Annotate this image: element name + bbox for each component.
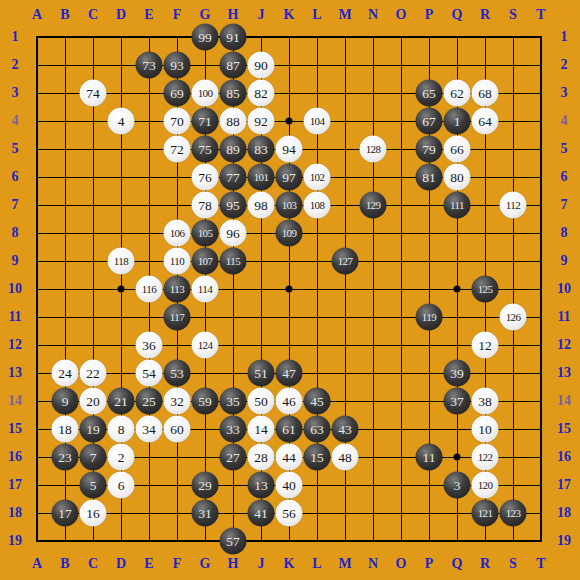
intersection-K13[interactable]: 47	[275, 359, 303, 387]
intersection-B6[interactable]	[51, 163, 79, 191]
intersection-B12[interactable]	[51, 331, 79, 359]
intersection-E19[interactable]	[135, 527, 163, 555]
intersection-A11[interactable]	[23, 303, 51, 331]
intersection-E8[interactable]	[135, 219, 163, 247]
intersection-A17[interactable]	[23, 471, 51, 499]
intersection-J18[interactable]: 41	[247, 499, 275, 527]
intersection-C6[interactable]	[79, 163, 107, 191]
intersection-A7[interactable]	[23, 191, 51, 219]
intersection-T19[interactable]	[527, 527, 555, 555]
intersection-R19[interactable]	[471, 527, 499, 555]
intersection-F16[interactable]	[163, 443, 191, 471]
intersection-S16[interactable]	[499, 443, 527, 471]
intersection-N17[interactable]	[359, 471, 387, 499]
intersection-T6[interactable]	[527, 163, 555, 191]
intersection-F4[interactable]: 70	[163, 107, 191, 135]
intersection-T13[interactable]	[527, 359, 555, 387]
intersection-L3[interactable]	[303, 79, 331, 107]
intersection-J17[interactable]: 13	[247, 471, 275, 499]
intersection-S17[interactable]	[499, 471, 527, 499]
intersection-O13[interactable]	[387, 359, 415, 387]
intersection-P17[interactable]	[415, 471, 443, 499]
intersection-L13[interactable]	[303, 359, 331, 387]
intersection-M8[interactable]	[331, 219, 359, 247]
intersection-R3[interactable]: 68	[471, 79, 499, 107]
intersection-K15[interactable]: 61	[275, 415, 303, 443]
intersection-O19[interactable]	[387, 527, 415, 555]
intersection-L12[interactable]	[303, 331, 331, 359]
intersection-R9[interactable]	[471, 247, 499, 275]
intersection-F19[interactable]	[163, 527, 191, 555]
intersection-L4[interactable]: 104	[303, 107, 331, 135]
intersection-B7[interactable]	[51, 191, 79, 219]
intersection-G1[interactable]: 99	[191, 23, 219, 51]
intersection-A5[interactable]	[23, 135, 51, 163]
intersection-D3[interactable]	[107, 79, 135, 107]
intersection-J2[interactable]: 90	[247, 51, 275, 79]
intersection-O14[interactable]	[387, 387, 415, 415]
intersection-A12[interactable]	[23, 331, 51, 359]
intersection-O17[interactable]	[387, 471, 415, 499]
intersection-R6[interactable]	[471, 163, 499, 191]
intersection-E15[interactable]: 34	[135, 415, 163, 443]
intersection-K9[interactable]	[275, 247, 303, 275]
intersection-K2[interactable]	[275, 51, 303, 79]
intersection-P2[interactable]	[415, 51, 443, 79]
intersection-B13[interactable]: 24	[51, 359, 79, 387]
intersection-O15[interactable]	[387, 415, 415, 443]
intersection-K11[interactable]	[275, 303, 303, 331]
intersection-R2[interactable]	[471, 51, 499, 79]
intersection-D6[interactable]	[107, 163, 135, 191]
intersection-E14[interactable]: 25	[135, 387, 163, 415]
intersection-N10[interactable]	[359, 275, 387, 303]
intersection-L6[interactable]: 102	[303, 163, 331, 191]
intersection-F9[interactable]: 110	[163, 247, 191, 275]
intersections-grid[interactable]: 9991739387907469100858265626847071889210…	[23, 23, 555, 555]
intersection-S6[interactable]	[499, 163, 527, 191]
intersection-D18[interactable]	[107, 499, 135, 527]
intersection-N18[interactable]	[359, 499, 387, 527]
intersection-J6[interactable]: 101	[247, 163, 275, 191]
intersection-J10[interactable]	[247, 275, 275, 303]
intersection-G4[interactable]: 71	[191, 107, 219, 135]
intersection-E6[interactable]	[135, 163, 163, 191]
intersection-S11[interactable]: 126	[499, 303, 527, 331]
intersection-G7[interactable]: 78	[191, 191, 219, 219]
intersection-Q12[interactable]	[443, 331, 471, 359]
intersection-S14[interactable]	[499, 387, 527, 415]
intersection-D4[interactable]: 4	[107, 107, 135, 135]
intersection-H12[interactable]	[219, 331, 247, 359]
intersection-M9[interactable]: 127	[331, 247, 359, 275]
intersection-B9[interactable]	[51, 247, 79, 275]
intersection-F11[interactable]: 117	[163, 303, 191, 331]
intersection-J19[interactable]	[247, 527, 275, 555]
intersection-R16[interactable]: 122	[471, 443, 499, 471]
intersection-D15[interactable]: 8	[107, 415, 135, 443]
intersection-S15[interactable]	[499, 415, 527, 443]
intersection-Q8[interactable]	[443, 219, 471, 247]
intersection-G9[interactable]: 107	[191, 247, 219, 275]
intersection-O10[interactable]	[387, 275, 415, 303]
intersection-D2[interactable]	[107, 51, 135, 79]
intersection-M10[interactable]	[331, 275, 359, 303]
intersection-F13[interactable]: 53	[163, 359, 191, 387]
intersection-E18[interactable]	[135, 499, 163, 527]
intersection-J5[interactable]: 83	[247, 135, 275, 163]
intersection-L15[interactable]: 63	[303, 415, 331, 443]
intersection-Q1[interactable]	[443, 23, 471, 51]
intersection-D9[interactable]: 118	[107, 247, 135, 275]
intersection-R15[interactable]: 10	[471, 415, 499, 443]
intersection-L2[interactable]	[303, 51, 331, 79]
intersection-H3[interactable]: 85	[219, 79, 247, 107]
intersection-E17[interactable]	[135, 471, 163, 499]
intersection-R7[interactable]	[471, 191, 499, 219]
intersection-Q4[interactable]: 1	[443, 107, 471, 135]
intersection-J16[interactable]: 28	[247, 443, 275, 471]
intersection-F1[interactable]	[163, 23, 191, 51]
intersection-P15[interactable]	[415, 415, 443, 443]
intersection-N8[interactable]	[359, 219, 387, 247]
intersection-F17[interactable]	[163, 471, 191, 499]
intersection-F10[interactable]: 113	[163, 275, 191, 303]
intersection-T5[interactable]	[527, 135, 555, 163]
intersection-S13[interactable]	[499, 359, 527, 387]
intersection-C1[interactable]	[79, 23, 107, 51]
intersection-T10[interactable]	[527, 275, 555, 303]
intersection-P6[interactable]: 81	[415, 163, 443, 191]
intersection-C17[interactable]: 5	[79, 471, 107, 499]
intersection-N13[interactable]	[359, 359, 387, 387]
intersection-T7[interactable]	[527, 191, 555, 219]
intersection-L18[interactable]	[303, 499, 331, 527]
intersection-C12[interactable]	[79, 331, 107, 359]
intersection-B8[interactable]	[51, 219, 79, 247]
intersection-M7[interactable]	[331, 191, 359, 219]
intersection-L19[interactable]	[303, 527, 331, 555]
intersection-N3[interactable]	[359, 79, 387, 107]
intersection-G17[interactable]: 29	[191, 471, 219, 499]
intersection-P1[interactable]	[415, 23, 443, 51]
intersection-G19[interactable]	[191, 527, 219, 555]
intersection-R18[interactable]: 121	[471, 499, 499, 527]
intersection-E5[interactable]	[135, 135, 163, 163]
intersection-L5[interactable]	[303, 135, 331, 163]
intersection-E9[interactable]	[135, 247, 163, 275]
intersection-P13[interactable]	[415, 359, 443, 387]
intersection-E10[interactable]: 116	[135, 275, 163, 303]
intersection-B14[interactable]: 9	[51, 387, 79, 415]
intersection-C19[interactable]	[79, 527, 107, 555]
intersection-N16[interactable]	[359, 443, 387, 471]
intersection-R8[interactable]	[471, 219, 499, 247]
intersection-L7[interactable]: 108	[303, 191, 331, 219]
intersection-M6[interactable]	[331, 163, 359, 191]
intersection-P14[interactable]	[415, 387, 443, 415]
intersection-A9[interactable]	[23, 247, 51, 275]
intersection-N6[interactable]	[359, 163, 387, 191]
intersection-M18[interactable]	[331, 499, 359, 527]
intersection-L9[interactable]	[303, 247, 331, 275]
intersection-C9[interactable]	[79, 247, 107, 275]
intersection-J12[interactable]	[247, 331, 275, 359]
intersection-B4[interactable]	[51, 107, 79, 135]
intersection-A8[interactable]	[23, 219, 51, 247]
intersection-M17[interactable]	[331, 471, 359, 499]
intersection-K19[interactable]	[275, 527, 303, 555]
intersection-M14[interactable]	[331, 387, 359, 415]
intersection-S10[interactable]	[499, 275, 527, 303]
intersection-G11[interactable]	[191, 303, 219, 331]
intersection-A3[interactable]	[23, 79, 51, 107]
intersection-L16[interactable]: 15	[303, 443, 331, 471]
intersection-H17[interactable]	[219, 471, 247, 499]
intersection-G15[interactable]	[191, 415, 219, 443]
intersection-S18[interactable]: 123	[499, 499, 527, 527]
intersection-N11[interactable]	[359, 303, 387, 331]
intersection-L11[interactable]	[303, 303, 331, 331]
intersection-P12[interactable]	[415, 331, 443, 359]
intersection-O16[interactable]	[387, 443, 415, 471]
intersection-K7[interactable]: 103	[275, 191, 303, 219]
intersection-H14[interactable]: 35	[219, 387, 247, 415]
intersection-E3[interactable]	[135, 79, 163, 107]
intersection-G16[interactable]	[191, 443, 219, 471]
intersection-T8[interactable]	[527, 219, 555, 247]
intersection-O5[interactable]	[387, 135, 415, 163]
intersection-T18[interactable]	[527, 499, 555, 527]
intersection-C7[interactable]	[79, 191, 107, 219]
intersection-T15[interactable]	[527, 415, 555, 443]
intersection-O3[interactable]	[387, 79, 415, 107]
intersection-H11[interactable]	[219, 303, 247, 331]
intersection-R5[interactable]	[471, 135, 499, 163]
intersection-S7[interactable]: 112	[499, 191, 527, 219]
intersection-J1[interactable]	[247, 23, 275, 51]
intersection-F3[interactable]: 69	[163, 79, 191, 107]
intersection-O12[interactable]	[387, 331, 415, 359]
intersection-B1[interactable]	[51, 23, 79, 51]
intersection-D11[interactable]	[107, 303, 135, 331]
intersection-A15[interactable]	[23, 415, 51, 443]
intersection-O2[interactable]	[387, 51, 415, 79]
intersection-Q6[interactable]: 80	[443, 163, 471, 191]
intersection-E4[interactable]	[135, 107, 163, 135]
intersection-A1[interactable]	[23, 23, 51, 51]
intersection-Q16[interactable]	[443, 443, 471, 471]
intersection-N4[interactable]	[359, 107, 387, 135]
intersection-C15[interactable]: 19	[79, 415, 107, 443]
intersection-M11[interactable]	[331, 303, 359, 331]
intersection-P7[interactable]	[415, 191, 443, 219]
intersection-Q10[interactable]	[443, 275, 471, 303]
intersection-L17[interactable]	[303, 471, 331, 499]
intersection-G13[interactable]	[191, 359, 219, 387]
intersection-F8[interactable]: 106	[163, 219, 191, 247]
intersection-S9[interactable]	[499, 247, 527, 275]
intersection-S3[interactable]	[499, 79, 527, 107]
intersection-C10[interactable]	[79, 275, 107, 303]
intersection-A10[interactable]	[23, 275, 51, 303]
intersection-O6[interactable]	[387, 163, 415, 191]
intersection-H1[interactable]: 91	[219, 23, 247, 51]
intersection-P10[interactable]	[415, 275, 443, 303]
intersection-C14[interactable]: 20	[79, 387, 107, 415]
intersection-G18[interactable]: 31	[191, 499, 219, 527]
intersection-O18[interactable]	[387, 499, 415, 527]
intersection-D16[interactable]: 2	[107, 443, 135, 471]
intersection-G3[interactable]: 100	[191, 79, 219, 107]
intersection-A4[interactable]	[23, 107, 51, 135]
intersection-O11[interactable]	[387, 303, 415, 331]
intersection-N1[interactable]	[359, 23, 387, 51]
intersection-C18[interactable]: 16	[79, 499, 107, 527]
intersection-T4[interactable]	[527, 107, 555, 135]
intersection-G8[interactable]: 105	[191, 219, 219, 247]
intersection-N7[interactable]: 129	[359, 191, 387, 219]
intersection-G10[interactable]: 114	[191, 275, 219, 303]
intersection-H7[interactable]: 95	[219, 191, 247, 219]
intersection-P3[interactable]: 65	[415, 79, 443, 107]
intersection-L1[interactable]	[303, 23, 331, 51]
intersection-J15[interactable]: 14	[247, 415, 275, 443]
intersection-Q19[interactable]	[443, 527, 471, 555]
intersection-J14[interactable]: 50	[247, 387, 275, 415]
intersection-E16[interactable]	[135, 443, 163, 471]
intersection-N9[interactable]	[359, 247, 387, 275]
intersection-M3[interactable]	[331, 79, 359, 107]
intersection-N2[interactable]	[359, 51, 387, 79]
intersection-J4[interactable]: 92	[247, 107, 275, 135]
intersection-R13[interactable]	[471, 359, 499, 387]
intersection-H8[interactable]: 96	[219, 219, 247, 247]
intersection-F15[interactable]: 60	[163, 415, 191, 443]
intersection-J11[interactable]	[247, 303, 275, 331]
intersection-R4[interactable]: 64	[471, 107, 499, 135]
intersection-M1[interactable]	[331, 23, 359, 51]
intersection-F5[interactable]: 72	[163, 135, 191, 163]
intersection-C4[interactable]	[79, 107, 107, 135]
intersection-J13[interactable]: 51	[247, 359, 275, 387]
intersection-E2[interactable]: 73	[135, 51, 163, 79]
intersection-Q2[interactable]	[443, 51, 471, 79]
intersection-G12[interactable]: 124	[191, 331, 219, 359]
intersection-Q5[interactable]: 66	[443, 135, 471, 163]
intersection-M13[interactable]	[331, 359, 359, 387]
intersection-B10[interactable]	[51, 275, 79, 303]
intersection-K5[interactable]: 94	[275, 135, 303, 163]
intersection-K4[interactable]	[275, 107, 303, 135]
intersection-S19[interactable]	[499, 527, 527, 555]
intersection-K10[interactable]	[275, 275, 303, 303]
intersection-G5[interactable]: 75	[191, 135, 219, 163]
intersection-K16[interactable]: 44	[275, 443, 303, 471]
intersection-G14[interactable]: 59	[191, 387, 219, 415]
intersection-F2[interactable]: 93	[163, 51, 191, 79]
intersection-B11[interactable]	[51, 303, 79, 331]
intersection-R12[interactable]: 12	[471, 331, 499, 359]
intersection-P16[interactable]: 11	[415, 443, 443, 471]
intersection-S2[interactable]	[499, 51, 527, 79]
intersection-C16[interactable]: 7	[79, 443, 107, 471]
intersection-E7[interactable]	[135, 191, 163, 219]
intersection-H6[interactable]: 77	[219, 163, 247, 191]
intersection-T1[interactable]	[527, 23, 555, 51]
intersection-T16[interactable]	[527, 443, 555, 471]
intersection-O7[interactable]	[387, 191, 415, 219]
intersection-K12[interactable]	[275, 331, 303, 359]
intersection-G6[interactable]: 76	[191, 163, 219, 191]
intersection-H19[interactable]: 57	[219, 527, 247, 555]
intersection-K17[interactable]: 40	[275, 471, 303, 499]
intersection-M5[interactable]	[331, 135, 359, 163]
intersection-D5[interactable]	[107, 135, 135, 163]
intersection-P19[interactable]	[415, 527, 443, 555]
intersection-Q13[interactable]: 39	[443, 359, 471, 387]
intersection-F18[interactable]	[163, 499, 191, 527]
intersection-H18[interactable]	[219, 499, 247, 527]
intersection-O1[interactable]	[387, 23, 415, 51]
intersection-O8[interactable]	[387, 219, 415, 247]
intersection-Q15[interactable]	[443, 415, 471, 443]
intersection-D14[interactable]: 21	[107, 387, 135, 415]
intersection-D7[interactable]	[107, 191, 135, 219]
intersection-M16[interactable]: 48	[331, 443, 359, 471]
intersection-K1[interactable]	[275, 23, 303, 51]
intersection-P18[interactable]	[415, 499, 443, 527]
intersection-E11[interactable]	[135, 303, 163, 331]
intersection-D1[interactable]	[107, 23, 135, 51]
intersection-Q11[interactable]	[443, 303, 471, 331]
intersection-M4[interactable]	[331, 107, 359, 135]
intersection-D8[interactable]	[107, 219, 135, 247]
intersection-R10[interactable]: 125	[471, 275, 499, 303]
intersection-R17[interactable]: 120	[471, 471, 499, 499]
intersection-S8[interactable]	[499, 219, 527, 247]
intersection-H16[interactable]: 27	[219, 443, 247, 471]
intersection-A13[interactable]	[23, 359, 51, 387]
intersection-S1[interactable]	[499, 23, 527, 51]
intersection-M12[interactable]	[331, 331, 359, 359]
intersection-O4[interactable]	[387, 107, 415, 135]
intersection-T17[interactable]	[527, 471, 555, 499]
intersection-E12[interactable]: 36	[135, 331, 163, 359]
intersection-B2[interactable]	[51, 51, 79, 79]
intersection-K18[interactable]: 56	[275, 499, 303, 527]
intersection-K3[interactable]	[275, 79, 303, 107]
intersection-A14[interactable]	[23, 387, 51, 415]
intersection-T12[interactable]	[527, 331, 555, 359]
intersection-E13[interactable]: 54	[135, 359, 163, 387]
intersection-N14[interactable]	[359, 387, 387, 415]
intersection-B16[interactable]: 23	[51, 443, 79, 471]
intersection-T9[interactable]	[527, 247, 555, 275]
intersection-F7[interactable]	[163, 191, 191, 219]
intersection-B5[interactable]	[51, 135, 79, 163]
intersection-A19[interactable]	[23, 527, 51, 555]
intersection-F14[interactable]: 32	[163, 387, 191, 415]
intersection-A16[interactable]	[23, 443, 51, 471]
intersection-Q14[interactable]: 37	[443, 387, 471, 415]
intersection-P11[interactable]: 119	[415, 303, 443, 331]
intersection-C11[interactable]	[79, 303, 107, 331]
intersection-A6[interactable]	[23, 163, 51, 191]
intersection-A18[interactable]	[23, 499, 51, 527]
intersection-C2[interactable]	[79, 51, 107, 79]
intersection-R11[interactable]	[471, 303, 499, 331]
